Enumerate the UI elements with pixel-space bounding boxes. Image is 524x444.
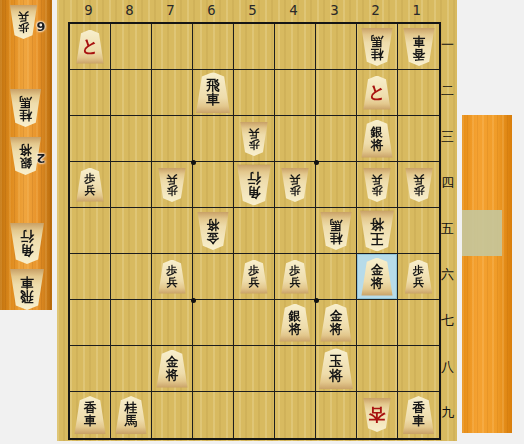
piece-銀将-sente[interactable]: 銀将: [279, 304, 312, 342]
square-1h[interactable]: [398, 346, 439, 392]
square-3b[interactable]: [316, 70, 357, 116]
piece-kanji: と: [81, 38, 98, 55]
square-7a[interactable]: [152, 24, 193, 70]
piece-kanji: 将: [370, 217, 384, 231]
piece-kanji: と: [368, 84, 385, 101]
hoshi-dot: [314, 160, 319, 165]
square-6d[interactable]: [193, 162, 234, 208]
square-6g[interactable]: [193, 300, 234, 346]
square-1b[interactable]: [398, 70, 439, 116]
square-6h[interactable]: [193, 346, 234, 392]
square-5f[interactable]: 歩兵: [234, 254, 275, 300]
piece-kanji: 将: [371, 277, 384, 290]
piece-kanji: 香: [412, 47, 425, 60]
square-7b[interactable]: [152, 70, 193, 116]
piece-金将-sente[interactable]: 金将: [320, 304, 353, 342]
square-5c[interactable]: 歩兵: [234, 116, 275, 162]
piece-kanji: 車: [20, 276, 34, 290]
piece-kanji: 車: [412, 34, 425, 47]
piece-kanji: 馬: [19, 95, 32, 108]
hoshi-dot: [314, 298, 319, 303]
square-5h[interactable]: [234, 346, 275, 392]
piece-kanji: 兵: [290, 277, 301, 289]
piece-kanji: 玉: [329, 355, 343, 369]
square-2e[interactable]: 王将: [357, 208, 398, 254]
hand-count-歩兵: 6: [33, 19, 49, 34]
piece-歩兵-gote[interactable]: 歩兵: [404, 168, 433, 202]
square-8e[interactable]: [111, 208, 152, 254]
piece-歩兵-sente[interactable]: 歩兵: [240, 260, 269, 294]
square-6i[interactable]: [193, 392, 234, 438]
piece-kanji: 兵: [413, 173, 424, 185]
piece-kanji: 兵: [290, 173, 301, 185]
piece-kanji: 行: [247, 171, 261, 185]
file-label-5: 5: [232, 2, 273, 18]
piece-と-sente[interactable]: と: [76, 30, 105, 64]
piece-kanji: 車: [412, 415, 425, 428]
sente-captured-stand: [462, 115, 512, 433]
stand-empty-slot: [462, 210, 502, 256]
piece-kanji: 馬: [330, 218, 343, 231]
piece-kanji: 飛: [206, 79, 220, 93]
piece-桂馬-gote[interactable]: 桂馬: [361, 28, 394, 66]
file-label-7: 7: [150, 2, 191, 18]
piece-歩兵-gote[interactable]: 歩兵: [363, 168, 392, 202]
piece-kanji: 桂: [19, 108, 32, 121]
piece-kanji: 将: [19, 143, 32, 156]
piece-香車-gote[interactable]: 香車: [402, 28, 435, 66]
piece-歩兵-sente[interactable]: 歩兵: [281, 260, 310, 294]
piece-桂馬-sente[interactable]: 桂馬: [115, 396, 148, 434]
piece-王将-gote[interactable]: 王将: [359, 210, 395, 251]
piece-角行-gote[interactable]: 角行: [9, 223, 45, 264]
piece-香車-sente[interactable]: 香車: [402, 396, 435, 434]
square-3h[interactable]: 玉将: [316, 346, 357, 392]
hoshi-dot: [191, 160, 196, 165]
piece-kanji: 銀: [19, 156, 32, 169]
square-1c[interactable]: [398, 116, 439, 162]
square-9f[interactable]: [70, 254, 111, 300]
square-2c[interactable]: 銀将: [357, 116, 398, 162]
square-8d[interactable]: [111, 162, 152, 208]
piece-玉将-sente[interactable]: 玉将: [318, 348, 354, 389]
piece-kanji: 将: [329, 369, 343, 383]
square-3c[interactable]: [316, 116, 357, 162]
piece-歩兵-sente[interactable]: 歩兵: [76, 168, 105, 202]
square-5i[interactable]: [234, 392, 275, 438]
square-7i[interactable]: [152, 392, 193, 438]
square-3d[interactable]: [316, 162, 357, 208]
piece-kanji: 兵: [249, 127, 260, 139]
square-4h[interactable]: [275, 346, 316, 392]
square-2b[interactable]: と: [357, 70, 398, 116]
piece-kanji: 杏: [369, 407, 386, 424]
square-9b[interactable]: [70, 70, 111, 116]
square-6f[interactable]: [193, 254, 234, 300]
file-label-6: 6: [191, 2, 232, 18]
square-9h[interactable]: [70, 346, 111, 392]
piece-kanji: 歩: [18, 22, 29, 34]
file-label-1: 1: [396, 2, 437, 18]
square-3g[interactable]: 金将: [316, 300, 357, 346]
piece-飛車-sente[interactable]: 飛車: [195, 72, 231, 113]
square-8g[interactable]: [111, 300, 152, 346]
piece-kanji: 角: [247, 185, 261, 199]
piece-歩兵-gote[interactable]: 歩兵: [240, 122, 269, 156]
rank-label-五: 五: [439, 206, 456, 252]
rank-label-四: 四: [439, 160, 456, 206]
piece-kanji: 兵: [18, 11, 29, 23]
shogi-board: と桂馬香車飛車と歩兵銀将歩兵歩兵角行歩兵歩兵歩兵金将桂馬王将歩兵歩兵歩兵金将歩兵…: [68, 22, 441, 440]
square-6a[interactable]: [193, 24, 234, 70]
hand-count-銀将: 2: [33, 151, 49, 166]
square-3a[interactable]: [316, 24, 357, 70]
piece-と-sente[interactable]: と: [363, 76, 392, 110]
square-4i[interactable]: [275, 392, 316, 438]
square-5b[interactable]: [234, 70, 275, 116]
square-4f[interactable]: 歩兵: [275, 254, 316, 300]
hand-piece-飛車[interactable]: 飛車: [9, 269, 45, 310]
hand-piece-桂馬[interactable]: 桂馬: [9, 89, 42, 127]
file-label-3: 3: [314, 2, 355, 18]
piece-飛車-gote[interactable]: 飛車: [9, 269, 45, 310]
square-4a[interactable]: [275, 24, 316, 70]
square-4g[interactable]: 銀将: [275, 300, 316, 346]
piece-kanji: 角: [20, 244, 34, 258]
piece-kanji: 兵: [167, 277, 178, 289]
square-8i[interactable]: 桂馬: [111, 392, 152, 438]
square-9a[interactable]: と: [70, 24, 111, 70]
square-2h[interactable]: [357, 346, 398, 392]
rank-label-六: 六: [439, 252, 456, 298]
square-5a[interactable]: [234, 24, 275, 70]
square-5e[interactable]: [234, 208, 275, 254]
piece-kanji: 歩: [413, 185, 424, 197]
piece-歩兵-sente[interactable]: 歩兵: [404, 260, 433, 294]
piece-kanji: 歩: [290, 185, 301, 197]
square-4c[interactable]: [275, 116, 316, 162]
piece-kanji: 兵: [249, 277, 260, 289]
square-5d[interactable]: 角行: [234, 162, 275, 208]
piece-歩兵-sente[interactable]: 歩兵: [158, 260, 187, 294]
piece-銀将-sente[interactable]: 銀将: [361, 120, 394, 158]
rank-label-二: 二: [439, 68, 456, 114]
piece-金将-sente[interactable]: 金将: [156, 350, 189, 388]
square-7h[interactable]: 金将: [152, 346, 193, 392]
square-7f[interactable]: 歩兵: [152, 254, 193, 300]
file-label-9: 9: [68, 2, 109, 18]
rank-label-一: 一: [439, 22, 456, 68]
piece-kanji: 兵: [372, 173, 383, 185]
square-8h[interactable]: [111, 346, 152, 392]
piece-kanji: 王: [370, 231, 384, 245]
hand-piece-角行[interactable]: 角行: [9, 223, 45, 264]
rank-label-三: 三: [439, 114, 456, 160]
square-5g[interactable]: [234, 300, 275, 346]
piece-kanji: 車: [84, 415, 97, 428]
square-3e[interactable]: 桂馬: [316, 208, 357, 254]
piece-kanji: 兵: [167, 173, 178, 185]
piece-kanji: 飛: [20, 290, 34, 304]
piece-桂馬-gote[interactable]: 桂馬: [320, 212, 353, 250]
rank-label-八: 八: [439, 344, 456, 390]
square-7c[interactable]: [152, 116, 193, 162]
piece-kanji: 兵: [413, 277, 424, 289]
piece-kanji: 桂: [371, 47, 384, 60]
square-8c[interactable]: [111, 116, 152, 162]
file-label-4: 4: [273, 2, 314, 18]
piece-kanji: 歩: [249, 139, 260, 151]
square-4b[interactable]: [275, 70, 316, 116]
square-6e[interactable]: 金将: [193, 208, 234, 254]
square-1g[interactable]: [398, 300, 439, 346]
piece-杏-gote[interactable]: 杏: [363, 398, 392, 432]
piece-kanji: 車: [206, 93, 220, 107]
piece-kanji: 馬: [371, 34, 384, 47]
square-3f[interactable]: [316, 254, 357, 300]
square-9d[interactable]: 歩兵: [70, 162, 111, 208]
square-7d[interactable]: 歩兵: [152, 162, 193, 208]
piece-kanji: 将: [371, 139, 384, 152]
square-8a[interactable]: [111, 24, 152, 70]
file-label-8: 8: [109, 2, 150, 18]
shogi-game-screen: 987654321 一二三四五六七八九 と桂馬香車飛車と歩兵銀将歩兵歩兵角行歩兵…: [0, 0, 524, 444]
piece-kanji: 金: [207, 231, 220, 244]
piece-香車-sente[interactable]: 香車: [74, 396, 107, 434]
square-1f[interactable]: 歩兵: [398, 254, 439, 300]
square-4e[interactable]: [275, 208, 316, 254]
piece-桂馬-gote[interactable]: 桂馬: [9, 89, 42, 127]
square-9g[interactable]: [70, 300, 111, 346]
piece-kanji: 桂: [330, 231, 343, 244]
file-label-2: 2: [355, 2, 396, 18]
piece-kanji: 将: [289, 323, 302, 336]
piece-kanji: 行: [20, 230, 34, 244]
square-9c[interactable]: [70, 116, 111, 162]
piece-kanji: 馬: [125, 415, 138, 428]
piece-歩兵-gote[interactable]: 歩兵: [158, 168, 187, 202]
square-1i[interactable]: 香車: [398, 392, 439, 438]
gote-captured-tray: 歩兵6桂馬銀将2角行飛車: [0, 0, 52, 310]
rank-label-七: 七: [439, 298, 456, 344]
piece-角行-gote[interactable]: 角行: [236, 164, 272, 205]
square-2i[interactable]: 杏: [357, 392, 398, 438]
piece-金将-sente[interactable]: 金将: [361, 258, 394, 296]
square-6b[interactable]: 飛車: [193, 70, 234, 116]
piece-kanji: 歩: [167, 185, 178, 197]
square-6c[interactable]: [193, 116, 234, 162]
hoshi-dot: [191, 298, 196, 303]
piece-歩兵-gote[interactable]: 歩兵: [281, 168, 310, 202]
piece-kanji: 将: [207, 218, 220, 231]
square-1e[interactable]: [398, 208, 439, 254]
square-2d[interactable]: 歩兵: [357, 162, 398, 208]
square-7e[interactable]: [152, 208, 193, 254]
square-8f[interactable]: [111, 254, 152, 300]
square-7g[interactable]: [152, 300, 193, 346]
square-4d[interactable]: 歩兵: [275, 162, 316, 208]
square-1d[interactable]: 歩兵: [398, 162, 439, 208]
piece-kanji: 兵: [85, 185, 96, 197]
piece-kanji: 将: [330, 323, 343, 336]
square-2f[interactable]: 金将: [357, 254, 398, 300]
square-9e[interactable]: [70, 208, 111, 254]
square-3i[interactable]: [316, 392, 357, 438]
piece-kanji: 将: [166, 369, 179, 382]
square-2a[interactable]: 桂馬: [357, 24, 398, 70]
piece-金将-gote[interactable]: 金将: [197, 212, 230, 250]
rank-label-九: 九: [439, 390, 456, 436]
piece-kanji: 歩: [372, 185, 383, 197]
square-2g[interactable]: [357, 300, 398, 346]
square-9i[interactable]: 香車: [70, 392, 111, 438]
square-8b[interactable]: [111, 70, 152, 116]
square-1a[interactable]: 香車: [398, 24, 439, 70]
